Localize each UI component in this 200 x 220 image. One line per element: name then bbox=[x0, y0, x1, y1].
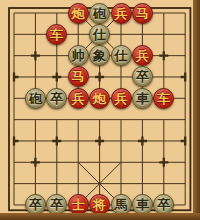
piece-character: 士 bbox=[72, 198, 85, 211]
piece-character: 将 bbox=[93, 198, 106, 211]
piece-character: 帅 bbox=[72, 49, 85, 62]
piece-character: 車 bbox=[136, 198, 149, 211]
piece-character: 砲 bbox=[29, 92, 42, 105]
piece-character: 车 bbox=[50, 28, 63, 41]
piece-red-horse[interactable]: 马 bbox=[132, 3, 153, 24]
piece-black-general[interactable]: 帅 bbox=[68, 45, 89, 66]
piece-red-cannon[interactable]: 炮 bbox=[89, 88, 110, 109]
piece-black-cannon[interactable]: 砲 bbox=[89, 3, 110, 24]
piece-black-soldier[interactable]: 卒 bbox=[132, 66, 153, 87]
piece-black-elephant[interactable]: 象 bbox=[89, 45, 110, 66]
piece-character: 卒 bbox=[29, 198, 42, 211]
board-wood-edge-bottom bbox=[0, 213, 200, 220]
piece-character: 车 bbox=[157, 92, 170, 105]
piece-character: 砲 bbox=[93, 7, 106, 20]
piece-character: 兵 bbox=[115, 92, 128, 105]
piece-character: 仕 bbox=[93, 28, 106, 41]
piece-character: 卒 bbox=[50, 92, 63, 105]
piece-black-chariot[interactable]: 車 bbox=[132, 88, 153, 109]
piece-character: 炮 bbox=[93, 92, 106, 105]
piece-red-chariot[interactable]: 车 bbox=[46, 24, 67, 45]
xiangqi-board[interactable]: 炮砲兵马车仕帅象仕兵马卒砲卒兵炮兵車车卒卒士将馬車卒 bbox=[0, 0, 200, 220]
piece-character: 卒 bbox=[136, 70, 149, 83]
piece-black-soldier[interactable]: 卒 bbox=[46, 88, 67, 109]
piece-character: 馬 bbox=[115, 198, 128, 211]
piece-character: 卒 bbox=[157, 198, 170, 211]
pieces-layer: 炮砲兵马车仕帅象仕兵马卒砲卒兵炮兵車车卒卒士将馬車卒 bbox=[0, 0, 200, 220]
piece-character: 马 bbox=[136, 7, 149, 20]
piece-red-chariot[interactable]: 车 bbox=[153, 88, 174, 109]
piece-character: 兵 bbox=[72, 92, 85, 105]
piece-red-soldier[interactable]: 兵 bbox=[111, 3, 132, 24]
piece-character: 卒 bbox=[50, 198, 63, 211]
piece-character: 象 bbox=[93, 49, 106, 62]
piece-character: 車 bbox=[136, 92, 149, 105]
piece-black-advisor[interactable]: 仕 bbox=[111, 45, 132, 66]
piece-character: 炮 bbox=[72, 7, 85, 20]
piece-character: 兵 bbox=[115, 7, 128, 20]
piece-black-advisor[interactable]: 仕 bbox=[89, 24, 110, 45]
piece-red-soldier[interactable]: 兵 bbox=[68, 88, 89, 109]
piece-character: 马 bbox=[72, 70, 85, 83]
piece-red-cannon[interactable]: 炮 bbox=[68, 3, 89, 24]
piece-character: 兵 bbox=[136, 49, 149, 62]
piece-red-horse[interactable]: 马 bbox=[68, 66, 89, 87]
piece-red-soldier[interactable]: 兵 bbox=[111, 88, 132, 109]
piece-character: 仕 bbox=[115, 49, 128, 62]
piece-black-cannon[interactable]: 砲 bbox=[25, 88, 46, 109]
board-wood-edge-right bbox=[193, 0, 200, 220]
piece-red-soldier[interactable]: 兵 bbox=[132, 45, 153, 66]
